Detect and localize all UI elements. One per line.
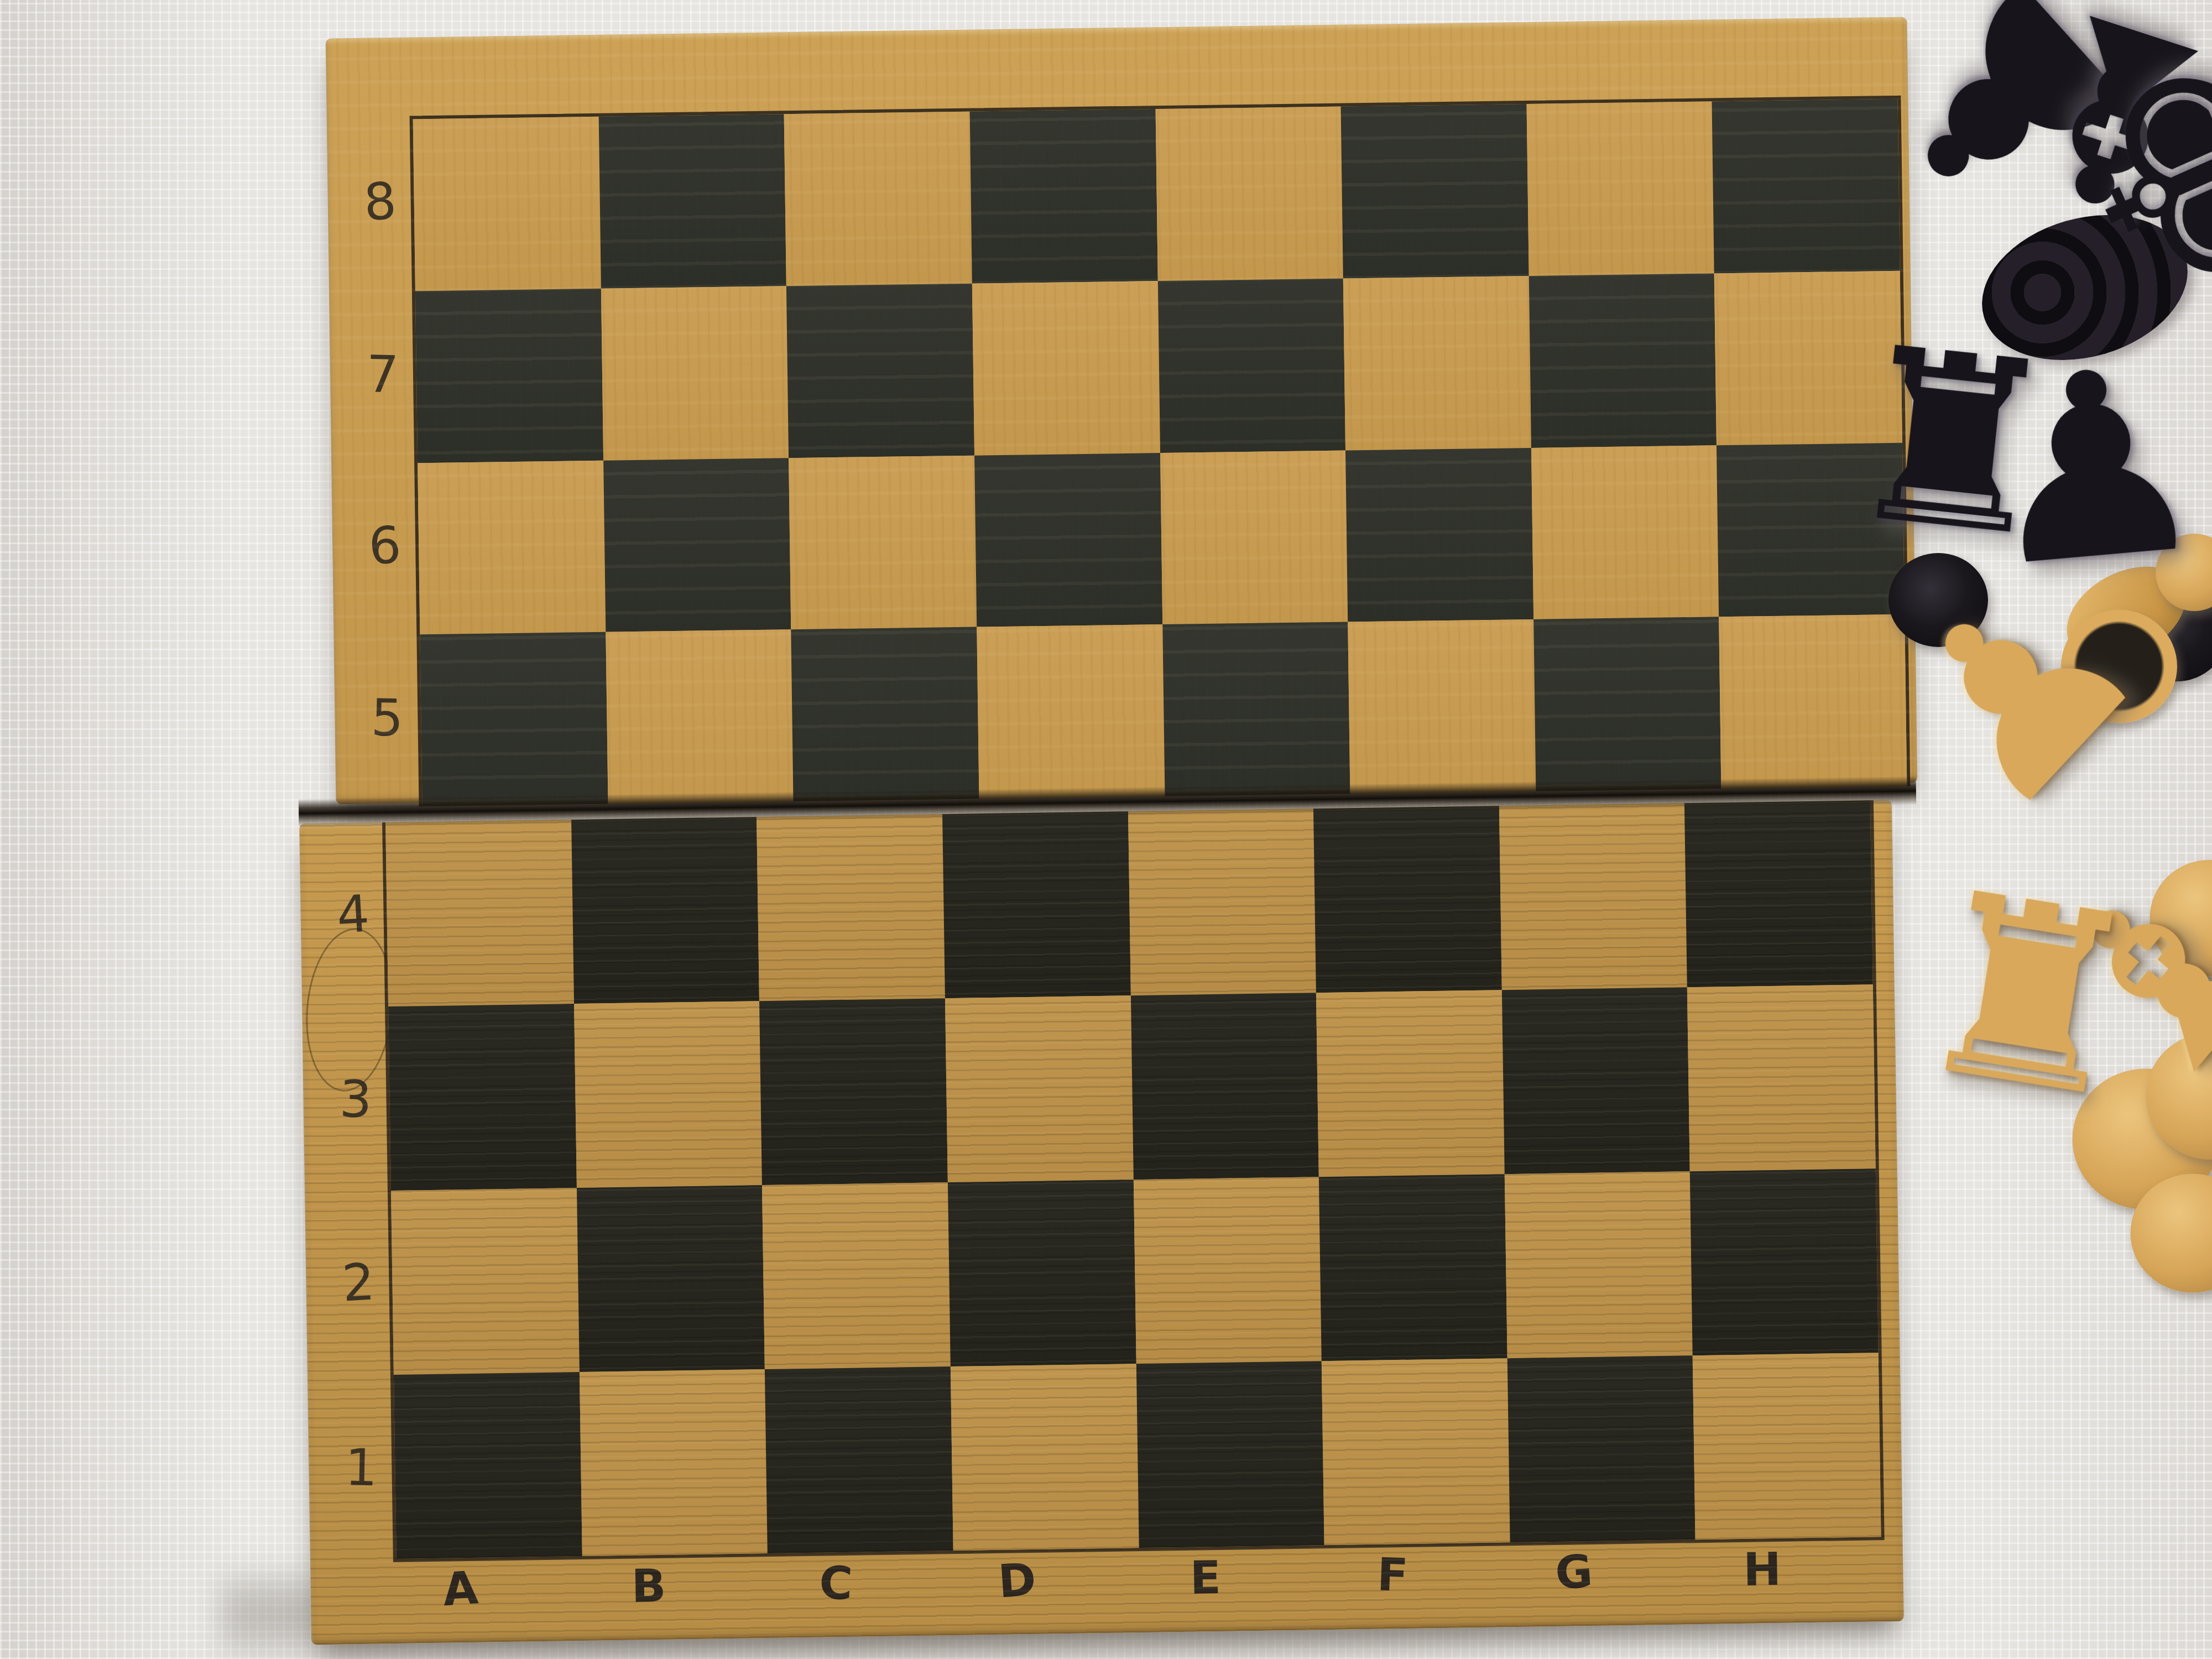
square-f2[interactable]	[1319, 1174, 1507, 1361]
square-f6[interactable]	[1345, 447, 1533, 622]
square-a3[interactable]	[388, 1004, 577, 1191]
square-a8[interactable]	[413, 117, 601, 291]
file-label-d: D	[922, 1543, 1113, 1640]
square-d7[interactable]	[972, 281, 1160, 455]
square-e8[interactable]	[1155, 107, 1343, 281]
square-b8[interactable]	[598, 114, 786, 288]
square-f7[interactable]	[1343, 276, 1531, 450]
square-e3[interactable]	[1130, 993, 1319, 1180]
square-b3[interactable]	[574, 1001, 763, 1188]
square-f4[interactable]	[1313, 806, 1502, 993]
square-a5[interactable]	[420, 632, 608, 806]
square-g6[interactable]	[1531, 445, 1719, 619]
square-e5[interactable]	[1162, 622, 1350, 796]
board-squares-top	[410, 96, 1911, 807]
rank-label-1: 1	[307, 1375, 394, 1561]
square-b4[interactable]	[571, 817, 760, 1004]
square-f5[interactable]	[1348, 619, 1536, 794]
rank-label-6: 6	[327, 458, 420, 634]
file-label-f: F	[1298, 1541, 1486, 1632]
rank-label-7: 7	[328, 288, 415, 461]
rank-label-5: 5	[333, 631, 420, 805]
square-e7[interactable]	[1157, 278, 1345, 452]
square-f3[interactable]	[1316, 990, 1505, 1177]
square-f8[interactable]	[1341, 104, 1529, 278]
square-h4[interactable]	[1684, 800, 1873, 987]
rank-labels-top: 8765	[327, 116, 419, 804]
file-label-g: G	[1479, 1535, 1670, 1632]
square-a4[interactable]	[385, 820, 574, 1006]
square-g3[interactable]	[1502, 987, 1691, 1174]
square-e2[interactable]	[1133, 1177, 1322, 1364]
square-c4[interactable]	[757, 814, 945, 1001]
square-g8[interactable]	[1526, 101, 1714, 275]
square-b6[interactable]	[603, 458, 791, 632]
square-a1[interactable]	[394, 1372, 582, 1559]
square-d1[interactable]	[951, 1364, 1139, 1551]
square-c8[interactable]	[784, 112, 972, 286]
file-label-h: H	[1669, 1537, 1856, 1625]
square-d6[interactable]	[974, 453, 1162, 627]
square-e1[interactable]	[1136, 1361, 1324, 1548]
square-c1[interactable]	[765, 1366, 953, 1553]
square-b2[interactable]	[577, 1185, 765, 1372]
square-c5[interactable]	[791, 627, 979, 801]
square-f1[interactable]	[1322, 1358, 1510, 1545]
square-a2[interactable]	[391, 1188, 580, 1375]
square-c3[interactable]	[759, 998, 948, 1185]
square-g5[interactable]	[1533, 617, 1721, 791]
square-g4[interactable]	[1499, 803, 1688, 990]
square-d2[interactable]	[948, 1180, 1136, 1366]
square-g1[interactable]	[1507, 1355, 1695, 1542]
file-label-e: E	[1112, 1546, 1299, 1633]
square-a7[interactable]	[415, 289, 603, 463]
square-b1[interactable]	[580, 1369, 768, 1556]
square-d8[interactable]	[969, 109, 1157, 283]
square-e4[interactable]	[1128, 808, 1316, 995]
square-g2[interactable]	[1505, 1171, 1693, 1358]
square-d3[interactable]	[945, 995, 1134, 1182]
square-c2[interactable]	[762, 1182, 951, 1369]
square-c7[interactable]	[786, 283, 974, 457]
rank-labels-bottom: 4321	[299, 822, 393, 1560]
rank-label-4: 4	[295, 821, 389, 1009]
square-d4[interactable]	[942, 811, 1131, 998]
square-c6[interactable]	[789, 455, 977, 629]
square-h3[interactable]	[1687, 984, 1876, 1171]
file-label-c: C	[741, 1549, 930, 1640]
rank-label-3: 3	[301, 1006, 388, 1192]
board-bottom-half: 4321 ABCDEFGH	[299, 800, 1904, 1645]
square-e6[interactable]	[1160, 450, 1348, 624]
rank-label-2: 2	[301, 1189, 394, 1378]
square-h2[interactable]	[1690, 1168, 1879, 1355]
rank-label-8: 8	[323, 114, 416, 290]
file-label-a: A	[366, 1552, 556, 1648]
square-h1[interactable]	[1693, 1353, 1881, 1540]
board-top-half: 8765	[326, 17, 1918, 805]
square-d5[interactable]	[977, 624, 1165, 799]
square-g7[interactable]	[1528, 273, 1717, 447]
square-b5[interactable]	[606, 629, 794, 804]
file-label-b: B	[555, 1554, 742, 1641]
white-rook-standing[interactable]: ♜	[1899, 855, 2158, 1136]
square-b7[interactable]	[601, 286, 789, 460]
board-squares-bottom	[382, 800, 1885, 1562]
photo-scene: 8765 4321 ABCDEFGH ♟♝♚♜♟♟♝♜	[0, 0, 2212, 1659]
square-a6[interactable]	[418, 460, 606, 634]
